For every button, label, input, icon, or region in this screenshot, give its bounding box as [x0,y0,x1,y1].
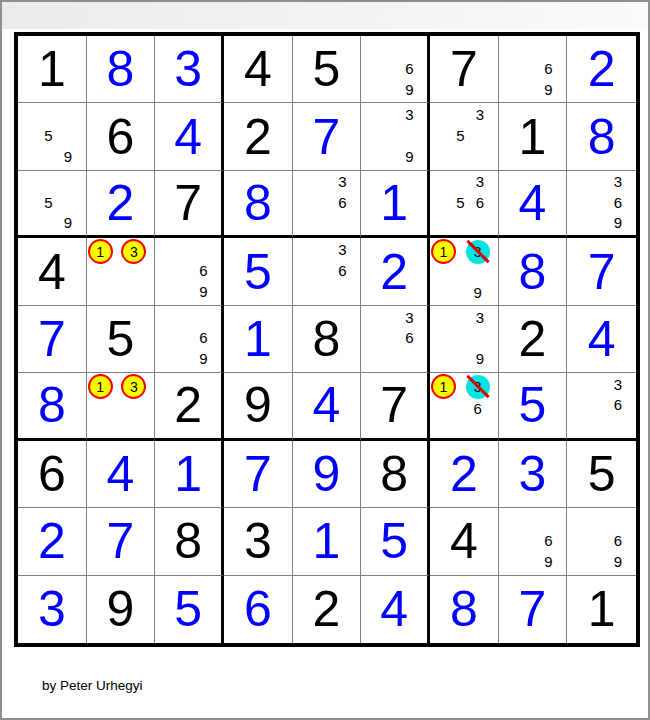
candidate-6[interactable]: 6 [608,394,628,414]
cell-r6c1[interactable]: 8 [18,373,87,440]
solved-digit: 4 [588,314,616,364]
given-digit: 2 [244,112,272,162]
given-digit: 6 [38,449,66,499]
cell-r3c1[interactable]: 59 [18,171,87,238]
cell-r7c3[interactable]: 1 [155,441,224,508]
cell-r2c7[interactable]: 35 [430,103,499,170]
candidate-9[interactable]: 9 [608,551,628,572]
candidate-9[interactable]: 9 [58,146,78,167]
cell-r4c8[interactable]: 8 [499,238,568,305]
pencil-marks: 369 [567,171,636,235]
candidate-9[interactable]: 9 [194,348,213,369]
candidate-9[interactable]: 9 [539,551,559,572]
given-digit: 7 [380,380,408,430]
candidate-9[interactable]: 9 [58,212,78,232]
cell-r5c1[interactable]: 7 [18,306,87,373]
cell-r8c2[interactable]: 7 [87,508,156,575]
given-digit: 8 [174,516,202,566]
solved-digit: 4 [174,112,202,162]
candidate-3[interactable]: 3 [333,239,353,260]
solved-digit: 7 [588,247,616,297]
solved-digit: 8 [107,44,135,94]
candidate-3-highlighted-circle[interactable]: 3 [121,374,146,399]
given-digit: 6 [107,112,135,162]
solved-digit: 8 [588,112,616,162]
pencil-marks: 139 [430,238,498,304]
candidate-6[interactable]: 6 [333,260,353,281]
cell-r5c6[interactable]: 36 [361,306,430,373]
solved-digit: 7 [38,314,66,364]
cell-r9c3[interactable]: 5 [155,576,224,643]
cell-r6c3[interactable]: 2 [155,373,224,440]
pencil-marks: 69 [155,306,221,372]
cell-r1c1[interactable]: 1 [18,36,87,103]
given-digit: 5 [588,449,616,499]
cell-r1c7[interactable]: 7 [430,36,499,103]
solved-digit: 5 [519,380,547,430]
candidate-3[interactable]: 3 [470,307,490,328]
cell-r6c8[interactable]: 5 [499,373,568,440]
candidate-3-eliminated-circle[interactable]: 3 [466,375,490,399]
cell-r6c7[interactable]: 136 [430,373,499,440]
cell-r5c4[interactable]: 1 [224,306,293,373]
candidate-3[interactable]: 3 [333,172,353,192]
cell-r6c5[interactable]: 4 [293,373,362,440]
candidate-6[interactable]: 6 [539,530,559,551]
given-digit: 1 [519,112,547,162]
cell-r9c2[interactable]: 9 [87,576,156,643]
cell-r4c2[interactable]: 13 [87,238,156,305]
cell-r7c4[interactable]: 7 [224,441,293,508]
solved-digit: 5 [174,584,202,634]
cell-r3c3[interactable]: 7 [155,171,224,238]
sudoku-board: 1834569769259642739351859278361356436941… [14,32,640,647]
pencil-marks: 36 [293,171,361,235]
candidate-6[interactable]: 6 [466,399,490,417]
cell-r1c3[interactable]: 3 [155,36,224,103]
pencil-marks: 13 [87,373,155,437]
solved-digit: 2 [380,247,408,297]
cell-r5c9[interactable]: 4 [567,306,636,373]
given-digit: 7 [450,44,478,94]
cell-r2c2[interactable]: 6 [87,103,156,170]
candidate-1-highlighted-circle[interactable]: 1 [88,374,113,399]
solved-digit: 8 [450,584,478,634]
cell-r6c2[interactable]: 13 [87,373,156,440]
solved-digit: 4 [519,178,547,228]
cell-r8c5[interactable]: 1 [293,508,362,575]
candidate-1-highlighted-circle[interactable]: 1 [431,239,456,264]
pencil-marks: 136 [430,373,498,437]
cell-r3c4[interactable]: 8 [224,171,293,238]
solved-digit: 5 [380,516,408,566]
candidate-3[interactable]: 3 [608,172,628,192]
solved-digit: 3 [38,584,66,634]
solved-digit: 8 [244,178,272,228]
solved-digit: 2 [450,449,478,499]
cell-r3c5[interactable]: 36 [293,171,362,238]
candidate-3[interactable]: 3 [470,104,490,125]
solved-digit: 7 [519,584,547,634]
cell-r7c7[interactable]: 2 [430,441,499,508]
cell-r1c5[interactable]: 5 [293,36,362,103]
cell-r4c5[interactable]: 36 [293,238,362,305]
candidate-9[interactable]: 9 [400,79,419,100]
candidate-3[interactable]: 3 [470,172,490,192]
cell-r5c5[interactable]: 8 [293,306,362,373]
solved-digit: 1 [313,516,341,566]
candidate-5[interactable]: 5 [451,192,471,212]
cell-r8c8[interactable]: 69 [499,508,568,575]
pencil-marks: 69 [499,508,567,574]
solved-digit: 8 [38,380,66,430]
cell-r4c7[interactable]: 139 [430,238,499,305]
pencil-marks: 35 [430,103,498,169]
cell-r2c5[interactable]: 7 [293,103,362,170]
pencil-marks: 69 [155,238,221,304]
solved-digit: 2 [107,178,135,228]
cell-r7c9[interactable]: 5 [567,441,636,508]
candidate-6[interactable]: 6 [470,192,490,212]
candidate-1-highlighted-circle[interactable]: 1 [88,239,113,264]
candidate-9[interactable]: 9 [608,212,628,232]
pencil-marks: 39 [430,306,498,372]
cell-r6c9[interactable]: 36 [567,373,636,440]
given-digit: 4 [450,516,478,566]
given-digit: 2 [519,314,547,364]
cell-r7c1[interactable]: 6 [18,441,87,508]
pencil-marks: 36 [361,306,427,372]
given-digit: 9 [244,380,272,430]
given-digit: 4 [244,44,272,94]
candidate-6[interactable]: 6 [608,530,628,551]
given-digit: 8 [380,449,408,499]
sudoku-app-page: 1834569769259642739351859278361356436941… [0,0,650,720]
cell-r9c5[interactable]: 2 [293,576,362,643]
cell-r1c6[interactable]: 69 [361,36,430,103]
cell-r5c3[interactable]: 69 [155,306,224,373]
candidate-3[interactable]: 3 [400,307,419,328]
cell-r8c4[interactable]: 3 [224,508,293,575]
cell-r2c4[interactable]: 2 [224,103,293,170]
cell-r7c6[interactable]: 8 [361,441,430,508]
solved-digit: 6 [244,584,272,634]
solved-digit: 1 [380,178,408,228]
candidate-5[interactable]: 5 [39,192,59,212]
candidate-3-eliminated-circle[interactable]: 3 [466,240,490,264]
solved-digit: 4 [107,449,135,499]
candidate-6[interactable]: 6 [539,58,559,79]
pencil-marks: 13 [87,238,155,304]
pencil-marks: 69 [499,36,567,102]
candidate-3-highlighted-circle[interactable]: 3 [121,239,146,264]
candidate-9[interactable]: 9 [466,283,490,302]
given-digit: 9 [107,584,135,634]
given-digit: 2 [174,380,202,430]
solved-digit: 7 [107,516,135,566]
cell-r9c6[interactable]: 4 [361,576,430,643]
solved-digit: 4 [380,584,408,634]
solved-digit: 2 [38,516,66,566]
cell-r4c9[interactable]: 7 [567,238,636,305]
pencil-marks: 59 [18,171,86,235]
candidate-6[interactable]: 6 [194,328,213,349]
cell-r2c9[interactable]: 8 [567,103,636,170]
cell-r9c8[interactable]: 7 [499,576,568,643]
candidate-9[interactable]: 9 [400,146,419,167]
candidate-6[interactable]: 6 [400,58,419,79]
candidate-9[interactable]: 9 [470,348,490,369]
pencil-marks: 69 [567,508,636,574]
cell-r3c8[interactable]: 4 [499,171,568,238]
candidate-5[interactable]: 5 [39,125,59,146]
cell-r3c7[interactable]: 356 [430,171,499,238]
cell-r4c1[interactable]: 4 [18,238,87,305]
cell-r8c6[interactable]: 5 [361,508,430,575]
candidate-9[interactable]: 9 [539,79,559,100]
solved-digit: 3 [519,449,547,499]
cell-r1c9[interactable]: 2 [567,36,636,103]
cell-r3c9[interactable]: 369 [567,171,636,238]
cell-r8c9[interactable]: 69 [567,508,636,575]
cell-r3c6[interactable]: 1 [361,171,430,238]
given-digit: 5 [107,314,135,364]
cell-r4c3[interactable]: 69 [155,238,224,305]
candidate-9[interactable]: 9 [194,281,213,302]
candidate-1-highlighted-circle[interactable]: 1 [431,374,456,399]
pencil-marks: 59 [18,103,86,169]
cell-r2c1[interactable]: 59 [18,103,87,170]
cell-r6c6[interactable]: 7 [361,373,430,440]
cell-r5c8[interactable]: 2 [499,306,568,373]
given-digit: 2 [313,584,341,634]
cell-r3c2[interactable]: 2 [87,171,156,238]
solved-digit: 5 [244,247,272,297]
solved-digit: 8 [519,247,547,297]
candidate-6[interactable]: 6 [333,192,353,212]
given-digit: 5 [313,44,341,94]
solved-digit: 3 [174,44,202,94]
solved-digit: 4 [313,380,341,430]
solved-digit: 1 [174,449,202,499]
cell-r9c1[interactable]: 3 [18,576,87,643]
pencil-marks: 356 [430,171,498,235]
candidate-6[interactable]: 6 [400,328,419,349]
window-top-band [2,2,648,29]
pencil-marks: 36 [567,373,636,437]
given-digit: 1 [38,44,66,94]
solved-digit: 2 [588,44,616,94]
cell-r9c4[interactable]: 6 [224,576,293,643]
cell-r8c1[interactable]: 2 [18,508,87,575]
cell-r1c8[interactable]: 69 [499,36,568,103]
solved-digit: 9 [313,449,341,499]
cell-r4c4[interactable]: 5 [224,238,293,305]
cell-r2c3[interactable]: 4 [155,103,224,170]
cell-r8c7[interactable]: 4 [430,508,499,575]
cell-r2c6[interactable]: 39 [361,103,430,170]
cell-r7c5[interactable]: 9 [293,441,362,508]
given-digit: 4 [38,247,66,297]
pencil-marks: 36 [293,238,361,304]
cell-r7c8[interactable]: 3 [499,441,568,508]
cell-r9c9[interactable]: 1 [567,576,636,643]
candidate-6[interactable]: 6 [608,192,628,212]
cell-r8c3[interactable]: 8 [155,508,224,575]
cell-r5c2[interactable]: 5 [87,306,156,373]
solved-digit: 7 [244,449,272,499]
given-digit: 7 [174,178,202,228]
pencil-marks: 69 [361,36,427,102]
given-digit: 1 [588,584,616,634]
candidate-3[interactable]: 3 [400,104,419,125]
given-digit: 3 [244,516,272,566]
author-credit: by Peter Urhegyi [42,678,143,693]
pencil-marks: 39 [361,103,427,169]
cell-r4c6[interactable]: 2 [361,238,430,305]
cell-r9c7[interactable]: 8 [430,576,499,643]
cell-r2c8[interactable]: 1 [499,103,568,170]
cell-r5c7[interactable]: 39 [430,306,499,373]
candidate-6[interactable]: 6 [194,260,213,281]
solved-digit: 1 [244,314,272,364]
candidate-3[interactable]: 3 [608,374,628,394]
cell-r1c2[interactable]: 8 [87,36,156,103]
solved-digit: 7 [313,112,341,162]
cell-r6c4[interactable]: 9 [224,373,293,440]
cell-r7c2[interactable]: 4 [87,441,156,508]
cell-r1c4[interactable]: 4 [224,36,293,103]
candidate-5[interactable]: 5 [451,125,471,146]
given-digit: 8 [313,314,341,364]
